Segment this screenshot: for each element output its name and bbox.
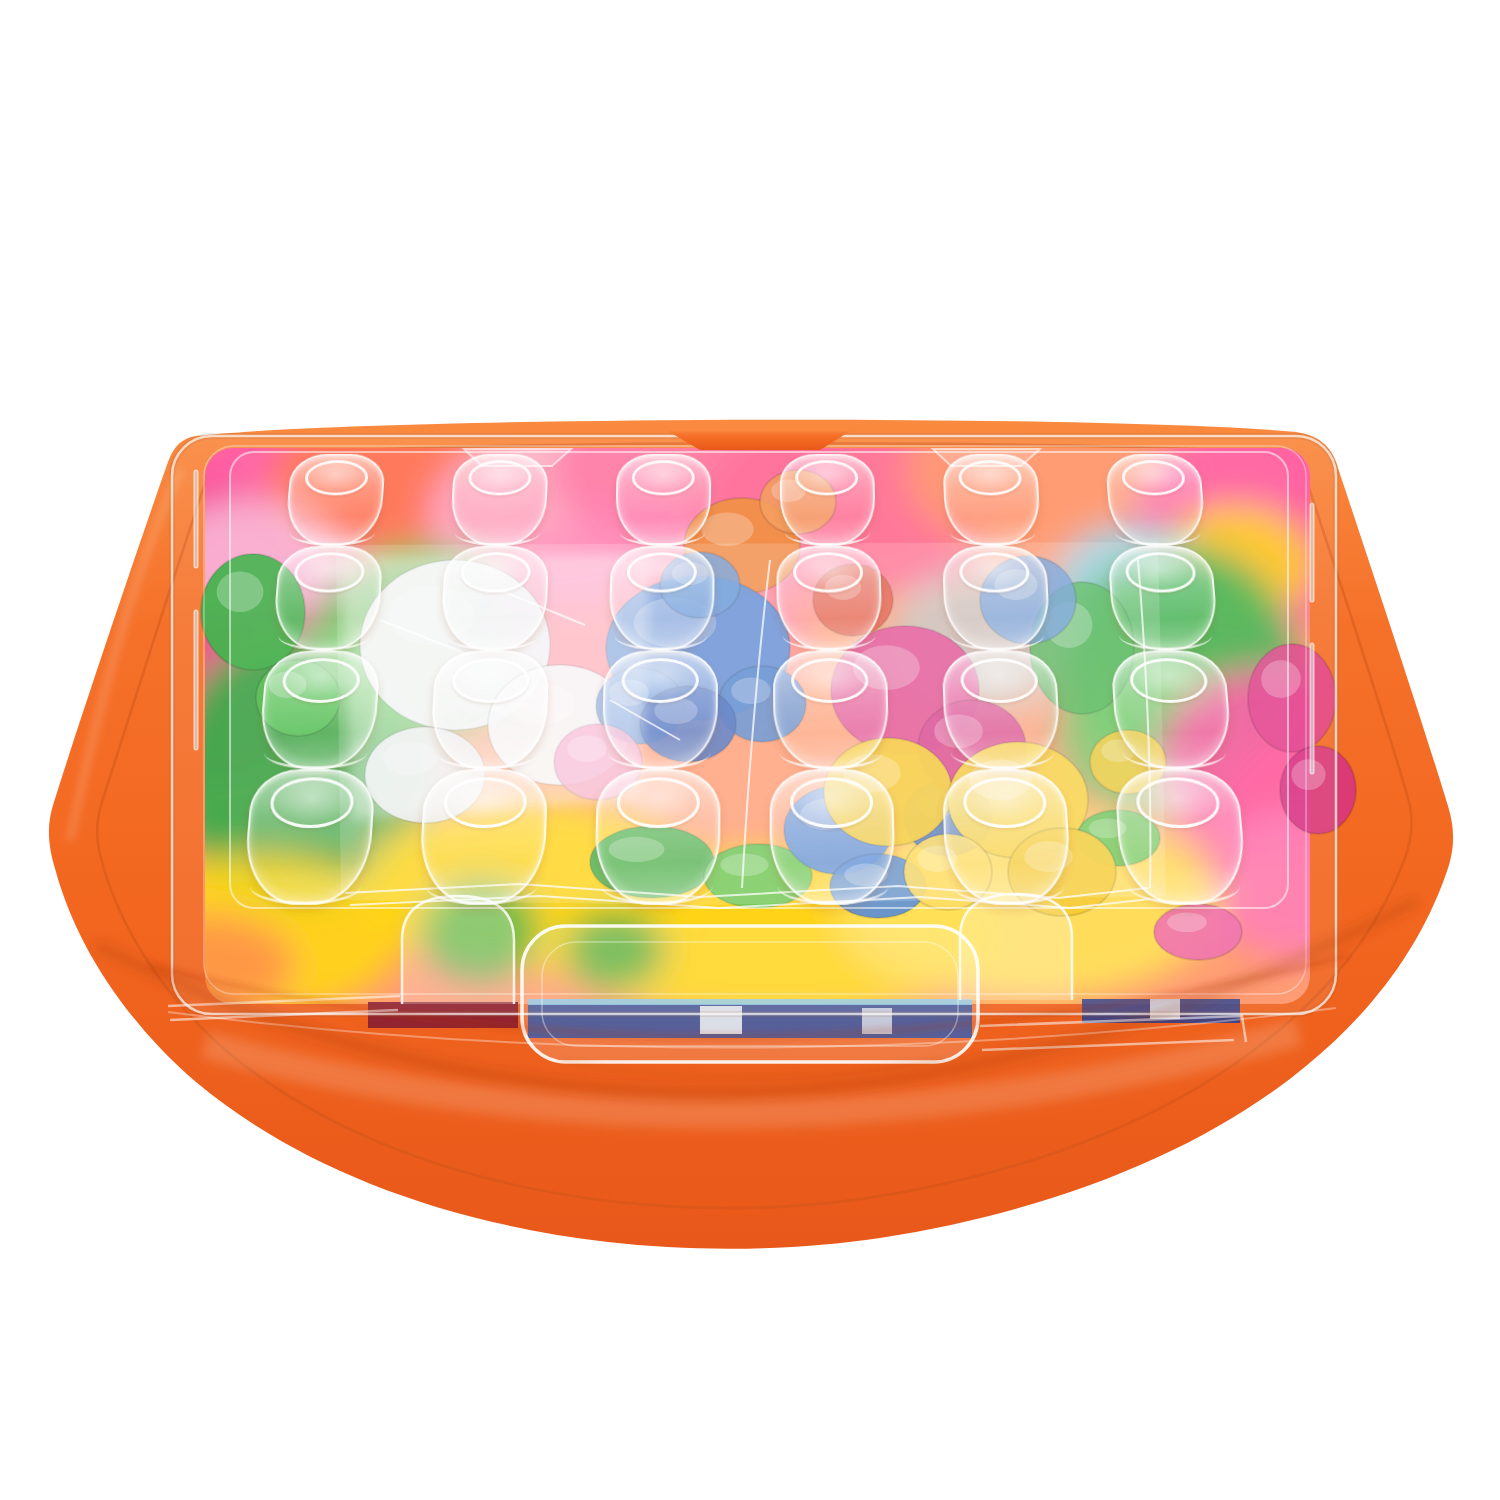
dome-top-opening [621, 658, 699, 702]
dome-cell [414, 454, 582, 546]
dome-cap [1114, 769, 1249, 904]
dome-top-opening [789, 778, 874, 828]
dome-top-opening [1124, 553, 1197, 593]
dome-base-flare [950, 520, 1036, 546]
dome-top-opening [960, 658, 1039, 702]
dome-cap [256, 651, 380, 770]
dome-base-flare [289, 520, 375, 546]
handle-bar [522, 926, 978, 1062]
dome-cap [271, 546, 384, 651]
dome-top-opening [626, 553, 697, 593]
dome-cap [942, 454, 1041, 546]
dome-base-flare [779, 736, 882, 769]
dome-top-opening [958, 553, 1030, 593]
dome-cell [1070, 454, 1241, 546]
dome-cap [769, 769, 896, 904]
dome-top-opening [1129, 658, 1210, 702]
dome-top-opening [281, 658, 362, 702]
dome-cell [910, 546, 1082, 651]
dome-cap [942, 769, 1073, 904]
dome-top-opening [793, 553, 864, 593]
dome-base-flare [1122, 736, 1227, 769]
dome-cap [449, 454, 548, 546]
dome-cell [1076, 546, 1251, 651]
product-photo [0, 0, 1500, 1500]
dome-base-flare [620, 520, 705, 546]
dome-cell [580, 454, 745, 546]
dome-top-opening [958, 460, 1023, 495]
dome-base-flare [601, 867, 713, 905]
dome-base-flare [445, 621, 540, 650]
dome-cap [1104, 454, 1206, 546]
dome-top-opening [962, 778, 1048, 828]
dome-base-flare [455, 520, 541, 546]
dome-cell [239, 546, 414, 651]
dome-base-flare [263, 736, 368, 769]
dome-cell [917, 769, 1097, 904]
dome-top-opening [442, 778, 528, 828]
dome-cell [914, 651, 1090, 770]
dome-cell [745, 651, 917, 770]
dome-cap [601, 651, 718, 770]
dome-cell [745, 454, 910, 546]
dome-base-flare [248, 867, 363, 905]
dome-cap [1107, 546, 1220, 651]
dome-cap [776, 546, 882, 651]
dome-cap [772, 651, 889, 770]
dome-base-flare [1114, 520, 1200, 546]
dome-cell [569, 769, 745, 904]
dome-cell [228, 651, 407, 770]
dome-cap [608, 546, 714, 651]
dome-base-flare [782, 621, 876, 650]
dome-cap [941, 546, 1050, 651]
dome-base-flare [785, 520, 870, 546]
dome-cap [1110, 651, 1234, 770]
dome-top-opening [1120, 460, 1186, 495]
dome-cap [241, 769, 376, 904]
dome-top-opening [467, 460, 532, 495]
dome-base-flare [424, 867, 538, 905]
dome-top-opening [268, 778, 356, 828]
dome-cap [614, 454, 711, 546]
dome-top-opening [631, 460, 695, 495]
dome-cell [576, 546, 745, 651]
dome-top-opening [451, 658, 530, 702]
dome-cell [1089, 769, 1273, 904]
dome-base-flare [777, 867, 889, 905]
dome-cell [408, 546, 580, 651]
dome-cap [429, 651, 549, 770]
dome-top-opening [303, 460, 369, 495]
dome-base-flare [607, 736, 710, 769]
dome-cap [417, 769, 548, 904]
dome-base-flare [952, 867, 1066, 905]
dome-cell [249, 454, 420, 546]
dome-base-flare [614, 621, 708, 650]
dome-base-flare [435, 736, 539, 769]
dome-cell [216, 769, 400, 904]
dome-cap [594, 769, 721, 904]
arch-cutout-left [402, 896, 514, 1004]
dome-cell [908, 454, 1076, 546]
dome-base-flare [1118, 621, 1214, 650]
dome-top-opening [616, 778, 701, 828]
dome-top-opening [293, 553, 366, 593]
dome-base-flare [951, 736, 1055, 769]
dome-top-opening [1134, 778, 1222, 828]
dome-cap [941, 651, 1061, 770]
dome-cell [573, 651, 745, 770]
dome-cell [392, 769, 572, 904]
dome-top-opening [795, 460, 859, 495]
dome-grid [217, 454, 1272, 891]
dome-top-opening [460, 553, 532, 593]
dome-cell [1082, 651, 1261, 770]
dome-cap [283, 454, 385, 546]
dome-cell [745, 769, 921, 904]
dome-cap [439, 546, 548, 651]
dome-base-flare [277, 621, 373, 650]
dome-cell [745, 546, 914, 651]
dome-cell [401, 651, 577, 770]
dome-top-opening [791, 658, 869, 702]
dome-base-flare [1127, 867, 1242, 905]
dome-base-flare [950, 621, 1045, 650]
dome-cap [779, 454, 876, 546]
